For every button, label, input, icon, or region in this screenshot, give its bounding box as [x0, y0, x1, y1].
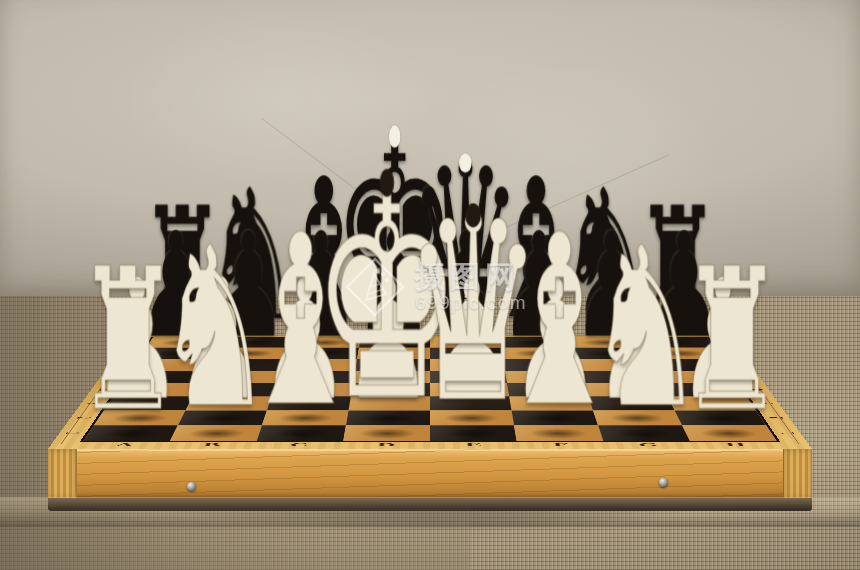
screw-icon [659, 478, 668, 487]
board-front-face [48, 449, 812, 499]
piece-white-rook-h1[interactable]: ♜ [679, 243, 785, 439]
file-label-c: C [286, 442, 311, 447]
screw-icon [187, 482, 196, 491]
square-h1[interactable]: ♜ [682, 425, 777, 441]
board-corner-joint-right [783, 449, 812, 499]
file-label-a: A [111, 442, 138, 447]
file-label-d: D [374, 442, 398, 447]
black-finial-top [380, 169, 394, 197]
burlap-blur-foreground [0, 500, 470, 570]
chess-board-top: ♜♞♝♚♛♝♞♜♟♟♟♟♟♟♟♟♟♟♟♟♟♟♟♟♜♞♝♚♛♝♞♜ ABCDEFG… [48, 335, 812, 449]
black-finial-top [465, 204, 481, 227]
file-label-b: B [199, 442, 225, 447]
file-label-g: G [635, 442, 661, 447]
file-label-f: F [548, 442, 573, 447]
chess-board-perspective: ♜♞♝♚♛♝♞♜♟♟♟♟♟♟♟♟♟♟♟♟♟♟♟♟♜♞♝♚♛♝♞♜ ABCDEFG… [48, 89, 812, 449]
photo-stage: ♜♞♝♚♛♝♞♜♟♟♟♟♟♟♟♟♟♟♟♟♟♟♟♟♜♞♝♚♛♝♞♜ ABCDEFG… [0, 0, 860, 570]
square-g1[interactable]: ♞ [598, 425, 690, 441]
file-label-h: H [722, 442, 749, 447]
chess-board-grid: ♜♞♝♚♛♝♞♜♟♟♟♟♟♟♟♟♟♟♟♟♟♟♟♟♜♞♝♚♛♝♞♜ [80, 337, 780, 442]
board-corner-joint-left [48, 449, 77, 499]
file-label-e: E [462, 442, 486, 447]
